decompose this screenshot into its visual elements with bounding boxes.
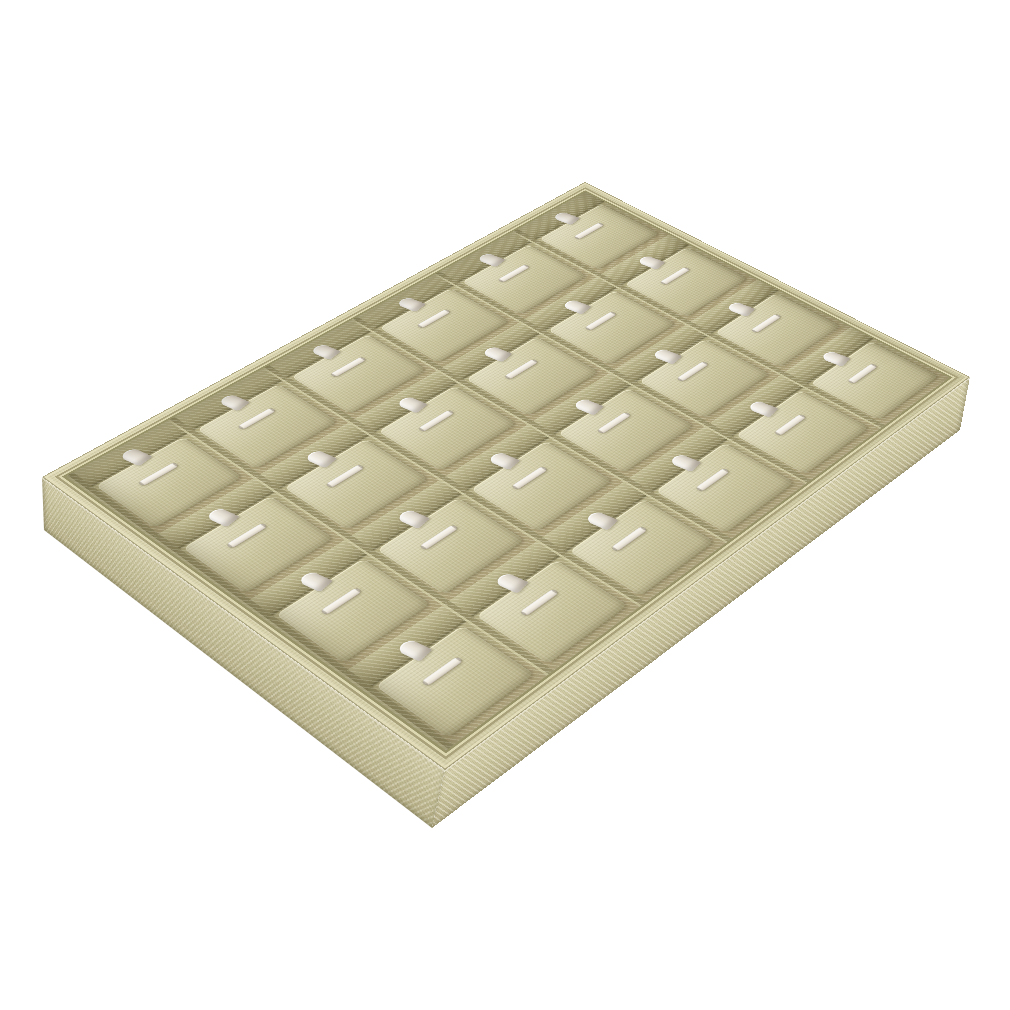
ribbon-loop xyxy=(396,297,426,313)
ribbon-loop xyxy=(396,396,428,414)
ribbon-loop xyxy=(637,255,666,270)
ribbon-snap-strip xyxy=(225,523,267,549)
ribbon-loop xyxy=(476,253,505,268)
tray-top-face xyxy=(42,182,970,770)
ribbon-loop xyxy=(669,453,701,472)
ribbon-loop xyxy=(310,343,341,360)
ribbon-snap-strip xyxy=(583,311,616,331)
ribbon-snap-strip xyxy=(659,267,690,285)
ribbon-snap-strip xyxy=(610,526,647,552)
ribbon-snap-strip xyxy=(497,264,530,282)
ribbon-loop xyxy=(652,348,682,365)
ribbon-loop xyxy=(119,447,153,466)
ribbon-snap-strip xyxy=(418,524,457,550)
ribbon-snap-strip xyxy=(675,361,708,382)
ribbon-snap-strip xyxy=(420,656,462,686)
ribbon-loop xyxy=(217,394,249,412)
product-photo-stage xyxy=(0,0,1010,1010)
ribbon-loop xyxy=(562,299,592,315)
ribbon-snap-strip xyxy=(773,414,806,436)
ribbon-snap-strip xyxy=(510,466,547,490)
ribbon-loop xyxy=(552,211,580,225)
ribbon-snap-strip xyxy=(417,410,454,432)
ribbon-snap-strip xyxy=(236,408,275,430)
ribbon-snap-strip xyxy=(694,468,729,492)
ribbon-loop xyxy=(572,398,603,416)
ribbon-loop xyxy=(820,350,850,366)
ribbon-snap-strip xyxy=(324,464,363,488)
ribbon-loop xyxy=(487,451,520,470)
ribbon-loop xyxy=(726,301,755,317)
ribbon-loop xyxy=(481,346,512,363)
ribbon-snap-strip xyxy=(750,314,781,334)
tray-interior xyxy=(66,192,950,750)
ribbon-loop xyxy=(396,509,430,529)
ribbon-snap-strip xyxy=(137,462,178,486)
ribbon-loop xyxy=(747,400,778,418)
ribbon-snap-strip xyxy=(519,589,559,617)
ribbon-snap-strip xyxy=(846,363,877,384)
ribbon-snap-strip xyxy=(416,309,451,329)
ribbon-snap-strip xyxy=(329,357,366,378)
ribbon-snap-strip xyxy=(573,222,604,239)
ribbon-loop xyxy=(304,449,337,468)
ribbon-snap-strip xyxy=(596,412,631,434)
compartment-grid xyxy=(66,192,950,750)
ribbon-loop xyxy=(395,639,432,662)
ribbon-loop xyxy=(494,572,529,594)
ribbon-loop xyxy=(205,507,240,527)
ribbon-loop xyxy=(297,571,333,593)
ribbon-loop xyxy=(584,511,618,531)
ribbon-snap-strip xyxy=(503,359,538,380)
ribbon-snap-strip xyxy=(319,587,361,615)
